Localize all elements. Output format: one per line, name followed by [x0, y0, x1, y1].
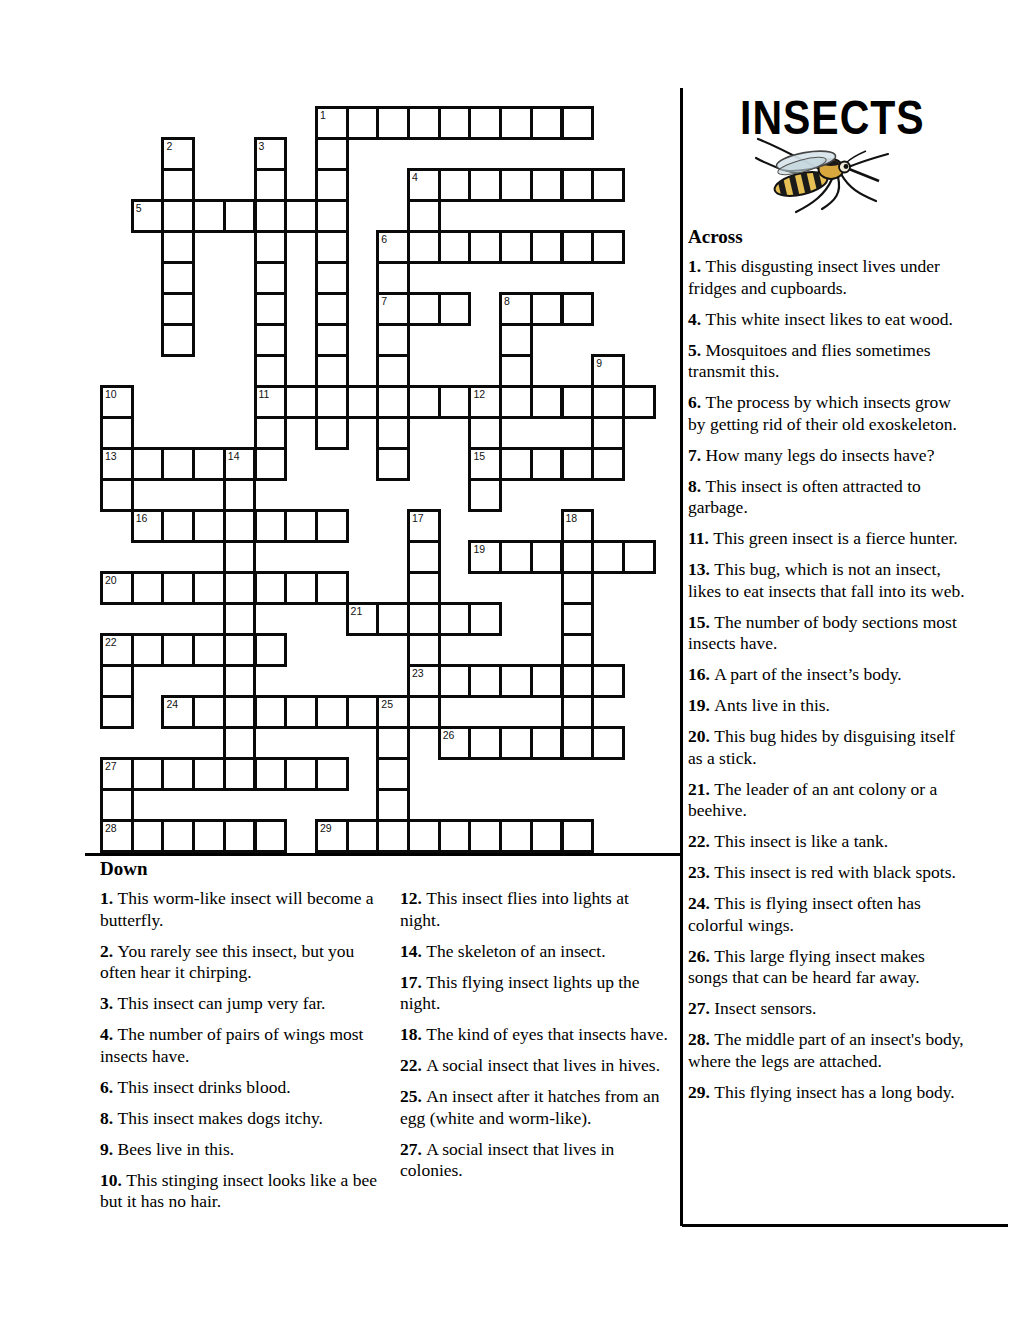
grid-cell-r15c15[interactable] [561, 571, 595, 605]
down-clue-1: 1. This worm-like insect will become a b… [100, 888, 388, 931]
grid-cell-r0c12[interactable] [468, 106, 502, 140]
grid-cell-r9c0[interactable]: 10 [100, 385, 134, 419]
grid-cell-r11c4[interactable]: 14 [223, 447, 257, 481]
down-clue-number-10: 10. [100, 1170, 126, 1190]
grid-cell-r2c14[interactable] [530, 168, 564, 202]
grid-cell-r5c2[interactable] [161, 261, 195, 295]
across-clue-number-20: 20. [688, 726, 714, 746]
grid-cell-r21c9[interactable] [376, 757, 410, 791]
grid-cell-r23c9[interactable] [376, 819, 410, 853]
right-column-bottom-rule [682, 1224, 1008, 1227]
cell-number-2: 2 [166, 140, 172, 152]
grid-cell-r9c6[interactable] [284, 385, 318, 419]
down-clue-number-27: 27. [400, 1139, 426, 1159]
grid-cell-r17c15[interactable] [561, 633, 595, 667]
grid-cell-r21c2[interactable] [161, 757, 195, 791]
grid-cell-r6c13[interactable]: 8 [499, 292, 533, 326]
across-clue-22: 22. This insect is like a tank. [688, 831, 965, 853]
grid-cell-r17c5[interactable] [254, 633, 288, 667]
grid-cell-r4c12[interactable] [468, 230, 502, 264]
worksheet-page: 1234567891011121314151617181920212223242… [0, 0, 1020, 1320]
across-clue-number-13: 13. [688, 559, 714, 579]
grid-cell-r11c9[interactable] [376, 447, 410, 481]
cell-number-7: 7 [381, 295, 387, 307]
grid-cell-r4c9[interactable]: 6 [376, 230, 410, 264]
across-clue-number-5: 5. [688, 340, 706, 360]
grid-cell-r17c0[interactable]: 22 [100, 633, 134, 667]
across-clue-11: 11. This green insect is a fierce hunter… [688, 528, 965, 550]
grid-cell-r14c10[interactable] [407, 540, 441, 574]
grid-cell-r2c2[interactable] [161, 168, 195, 202]
cell-number-9: 9 [596, 357, 602, 369]
grid-cell-r18c0[interactable] [100, 664, 134, 698]
grid-cell-r20c13[interactable] [499, 726, 533, 760]
grid-cell-r2c12[interactable] [468, 168, 502, 202]
grid-cell-r19c8[interactable] [346, 695, 380, 729]
grid-cell-r4c2[interactable] [161, 230, 195, 264]
down-clue-4: 4. The number of pairs of wings most ins… [100, 1024, 388, 1067]
grid-cell-r4c13[interactable] [499, 230, 533, 264]
grid-cell-r4c15[interactable] [561, 230, 595, 264]
grid-cell-r9c8[interactable] [346, 385, 380, 419]
grid-cell-r10c9[interactable] [376, 416, 410, 450]
cell-number-23: 23 [412, 667, 424, 679]
down-clue-18: 18. The kind of eyes that insects have. [400, 1024, 672, 1046]
across-clue-number-15: 15. [688, 612, 714, 632]
cell-number-1: 1 [320, 109, 326, 121]
across-clue-23: 23. This insect is red with black spots. [688, 862, 965, 884]
grid-cell-r9c16[interactable] [591, 385, 625, 419]
grid-cell-r6c11[interactable] [438, 292, 472, 326]
grid-cell-r20c14[interactable] [530, 726, 564, 760]
across-clue-number-22: 22. [688, 831, 714, 851]
grid-cell-r7c2[interactable] [161, 323, 195, 357]
grid-cell-r3c4[interactable] [223, 199, 257, 233]
grid-cell-r18c14[interactable] [530, 664, 564, 698]
grid-cell-r12c12[interactable] [468, 478, 502, 512]
grid-cell-r2c13[interactable] [499, 168, 533, 202]
grid-cell-r11c13[interactable] [499, 447, 533, 481]
grid-cell-r11c3[interactable] [192, 447, 226, 481]
down-clue-25: 25. An insect after it hatches from an e… [400, 1086, 672, 1129]
cell-number-28: 28 [105, 822, 117, 834]
grid-cell-r9c5[interactable]: 11 [254, 385, 288, 419]
down-section-divider-line [85, 853, 682, 856]
cell-number-6: 6 [381, 233, 387, 245]
grid-cell-r3c1[interactable]: 5 [131, 199, 165, 233]
across-clue-16: 16. A part of the insect’s body. [688, 664, 965, 686]
grid-cell-r23c15[interactable] [561, 819, 595, 853]
across-clue-5: 5. Mosquitoes and flies sometimes transm… [688, 340, 965, 383]
across-clue-24: 24. This is flying insect often has colo… [688, 893, 965, 936]
grid-cell-r23c14[interactable] [530, 819, 564, 853]
grid-cell-r6c7[interactable] [315, 292, 349, 326]
grid-cell-r4c16[interactable] [591, 230, 625, 264]
grid-cell-r7c5[interactable] [254, 323, 288, 357]
grid-cell-r10c12[interactable] [468, 416, 502, 450]
grid-cell-r20c9[interactable] [376, 726, 410, 760]
grid-cell-r11c2[interactable] [161, 447, 195, 481]
grid-cell-r7c7[interactable] [315, 323, 349, 357]
grid-cell-r13c2[interactable] [161, 509, 195, 543]
grid-cell-r9c17[interactable] [622, 385, 656, 419]
grid-cell-r16c10[interactable] [407, 602, 441, 636]
down-clue-number-25: 25. [400, 1086, 426, 1106]
down-clue-2: 2. You rarely see this insect, but you o… [100, 941, 388, 984]
grid-cell-r18c16[interactable] [591, 664, 625, 698]
across-clue-number-1: 1. [688, 256, 706, 276]
down-clue-3: 3. This insect can jump very far. [100, 993, 388, 1015]
across-clue-number-11: 11. [688, 528, 713, 548]
grid-cell-r18c4[interactable] [223, 664, 257, 698]
cell-number-16: 16 [136, 512, 148, 524]
grid-cell-r3c3[interactable] [192, 199, 226, 233]
down-clue-14: 14. The skeleton of an insect. [400, 941, 672, 963]
grid-cell-r13c15[interactable]: 18 [561, 509, 595, 543]
cell-number-12: 12 [473, 388, 485, 400]
across-clue-8: 8. This insect is often attracted to gar… [688, 476, 965, 519]
grid-cell-r0c15[interactable] [561, 106, 595, 140]
across-clue-7: 7. How many legs do insects have? [688, 445, 965, 467]
across-clue-13: 13. This bug, which is not an insect, li… [688, 559, 965, 602]
grid-cell-r15c5[interactable] [254, 571, 288, 605]
grid-cell-r4c5[interactable] [254, 230, 288, 264]
grid-cell-r21c7[interactable] [315, 757, 349, 791]
cell-number-27: 27 [105, 760, 117, 772]
across-clue-number-29: 29. [688, 1082, 714, 1102]
grid-cell-r16c15[interactable] [561, 602, 595, 636]
grid-cell-r21c3[interactable] [192, 757, 226, 791]
grid-cell-r2c10[interactable]: 4 [407, 168, 441, 202]
grid-cell-r14c17[interactable] [622, 540, 656, 574]
grid-cell-r13c10[interactable]: 17 [407, 509, 441, 543]
down-clue-list-col2: 12. This insect flies into lights at nig… [400, 888, 672, 1191]
across-clue-number-19: 19. [688, 695, 714, 715]
grid-cell-r9c15[interactable] [561, 385, 595, 419]
grid-cell-r21c0[interactable]: 27 [100, 757, 134, 791]
grid-cell-r15c6[interactable] [284, 571, 318, 605]
cell-number-20: 20 [105, 574, 117, 586]
grid-cell-r21c4[interactable] [223, 757, 257, 791]
down-header: Down [100, 858, 148, 880]
grid-cell-r0c7[interactable]: 1 [315, 106, 349, 140]
grid-cell-r14c15[interactable] [561, 540, 595, 574]
down-clue-8: 8. This insect makes dogs itchy. [100, 1108, 388, 1130]
across-clue-1: 1. This disgusting insect lives under fr… [688, 256, 965, 299]
grid-cell-r11c16[interactable] [591, 447, 625, 481]
grid-cell-r14c4[interactable] [223, 540, 257, 574]
cell-number-4: 4 [412, 171, 418, 183]
grid-cell-r13c5[interactable] [254, 509, 288, 543]
grid-cell-r16c9[interactable] [376, 602, 410, 636]
crossword-grid: 1234567891011121314151617181920212223242… [100, 106, 660, 856]
grid-cell-r10c16[interactable] [591, 416, 625, 450]
down-clue-number-8: 8. [100, 1108, 118, 1128]
grid-cell-r15c0[interactable]: 20 [100, 571, 134, 605]
grid-cell-r0c10[interactable] [407, 106, 441, 140]
grid-cell-r14c13[interactable] [499, 540, 533, 574]
grid-cell-r3c2[interactable] [161, 199, 195, 233]
down-clue-22: 22. A social insect that lives in hives. [400, 1055, 672, 1077]
grid-cell-r9c10[interactable] [407, 385, 441, 419]
grid-cell-r9c7[interactable] [315, 385, 349, 419]
grid-cell-r9c12[interactable]: 12 [468, 385, 502, 419]
across-clue-28: 28. The middle part of an insect's body,… [688, 1029, 965, 1072]
grid-cell-r13c4[interactable] [223, 509, 257, 543]
cell-number-14: 14 [228, 450, 240, 462]
grid-cell-r6c14[interactable] [530, 292, 564, 326]
cell-number-15: 15 [473, 450, 485, 462]
down-clue-number-6: 6. [100, 1077, 118, 1097]
across-clue-15: 15. The number of body sections most ins… [688, 612, 965, 655]
cell-number-8: 8 [504, 295, 510, 307]
grid-cell-r3c5[interactable] [254, 199, 288, 233]
cell-number-24: 24 [166, 698, 178, 710]
across-clue-29: 29. This flying insect has a long body. [688, 1082, 965, 1104]
grid-cell-r0c8[interactable] [346, 106, 380, 140]
across-clue-number-21: 21. [688, 779, 714, 799]
across-clue-19: 19. Ants live in this. [688, 695, 965, 717]
grid-cell-r19c3[interactable] [192, 695, 226, 729]
grid-cell-r0c13[interactable] [499, 106, 533, 140]
grid-cell-r6c10[interactable] [407, 292, 441, 326]
cell-number-5: 5 [136, 202, 142, 214]
grid-cell-r23c2[interactable] [161, 819, 195, 853]
down-clue-number-12: 12. [400, 888, 426, 908]
across-clue-number-26: 26. [688, 946, 714, 966]
grid-cell-r2c7[interactable] [315, 168, 349, 202]
grid-cell-r9c13[interactable] [499, 385, 533, 419]
down-clue-number-1: 1. [100, 888, 118, 908]
grid-cell-r5c7[interactable] [315, 261, 349, 295]
grid-cell-r23c1[interactable] [131, 819, 165, 853]
grid-cell-r7c13[interactable] [499, 323, 533, 357]
down-clue-number-22: 22. [400, 1055, 426, 1075]
grid-cell-r2c11[interactable] [438, 168, 472, 202]
grid-cell-r19c9[interactable]: 25 [376, 695, 410, 729]
cell-number-22: 22 [105, 636, 117, 648]
grid-cell-r17c1[interactable] [131, 633, 165, 667]
grid-cell-r3c7[interactable] [315, 199, 349, 233]
grid-cell-r17c3[interactable] [192, 633, 226, 667]
down-clue-27: 27. A social insect that lives in coloni… [400, 1139, 672, 1182]
cell-number-19: 19 [473, 543, 485, 555]
grid-cell-r18c11[interactable] [438, 664, 472, 698]
cell-number-21: 21 [351, 605, 363, 617]
grid-cell-r13c1[interactable]: 16 [131, 509, 165, 543]
grid-cell-r8c7[interactable] [315, 354, 349, 388]
grid-cell-r8c13[interactable] [499, 354, 533, 388]
grid-cell-r22c0[interactable] [100, 788, 134, 822]
grid-cell-r20c15[interactable] [561, 726, 595, 760]
grid-cell-r19c6[interactable] [284, 695, 318, 729]
grid-cell-r13c6[interactable] [284, 509, 318, 543]
down-clue-number-17: 17. [400, 972, 426, 992]
across-header: Across [688, 226, 743, 248]
across-clue-27: 27. Insect sensors. [688, 998, 965, 1020]
down-clue-number-3: 3. [100, 993, 118, 1013]
grid-cell-r23c7[interactable]: 29 [315, 819, 349, 853]
column-divider-line [680, 88, 683, 1226]
grid-cell-r19c4[interactable] [223, 695, 257, 729]
grid-cell-r11c1[interactable] [131, 447, 165, 481]
grid-cell-r23c11[interactable] [438, 819, 472, 853]
grid-cell-r7c9[interactable] [376, 323, 410, 357]
grid-cell-r15c10[interactable] [407, 571, 441, 605]
grid-cell-r19c2[interactable]: 24 [161, 695, 195, 729]
grid-cell-r15c2[interactable] [161, 571, 195, 605]
down-clue-number-9: 9. [100, 1139, 118, 1159]
grid-cell-r3c6[interactable] [284, 199, 318, 233]
grid-cell-r18c12[interactable] [468, 664, 502, 698]
down-clue-number-4: 4. [100, 1024, 118, 1044]
cell-number-10: 10 [105, 388, 117, 400]
grid-cell-r1c7[interactable] [315, 137, 349, 171]
grid-cell-r10c0[interactable] [100, 416, 134, 450]
cell-number-11: 11 [259, 388, 270, 400]
grid-cell-r23c8[interactable] [346, 819, 380, 853]
cell-number-26: 26 [443, 729, 455, 741]
across-clue-number-23: 23. [688, 862, 714, 882]
cell-number-3: 3 [259, 140, 265, 152]
grid-cell-r15c3[interactable] [192, 571, 226, 605]
grid-cell-r4c7[interactable] [315, 230, 349, 264]
grid-cell-r3c10[interactable] [407, 199, 441, 233]
grid-cell-r23c0[interactable]: 28 [100, 819, 134, 853]
across-clue-26: 26. This large flying insect makes songs… [688, 946, 965, 989]
grid-cell-r6c9[interactable]: 7 [376, 292, 410, 326]
grid-cell-r11c5[interactable] [254, 447, 288, 481]
grid-cell-r18c15[interactable] [561, 664, 595, 698]
grid-cell-r20c16[interactable] [591, 726, 625, 760]
grid-cell-r23c3[interactable] [192, 819, 226, 853]
grid-cell-r5c9[interactable] [376, 261, 410, 295]
grid-cell-r10c5[interactable] [254, 416, 288, 450]
grid-cell-r14c14[interactable] [530, 540, 564, 574]
cell-number-13: 13 [105, 450, 117, 462]
grid-cell-r19c7[interactable] [315, 695, 349, 729]
grid-cell-r15c4[interactable] [223, 571, 257, 605]
grid-cell-r0c14[interactable] [530, 106, 564, 140]
across-clue-21: 21. The leader of an ant colony or a bee… [688, 779, 965, 822]
grid-cell-r23c4[interactable] [223, 819, 257, 853]
grid-cell-r1c5[interactable]: 3 [254, 137, 288, 171]
grid-cell-r12c4[interactable] [223, 478, 257, 512]
grid-cell-r13c3[interactable] [192, 509, 226, 543]
cell-number-18: 18 [566, 512, 578, 524]
grid-cell-r21c5[interactable] [254, 757, 288, 791]
grid-cell-r11c14[interactable] [530, 447, 564, 481]
grid-cell-r6c2[interactable] [161, 292, 195, 326]
grid-cell-r20c11[interactable]: 26 [438, 726, 472, 760]
grid-cell-r16c11[interactable] [438, 602, 472, 636]
grid-cell-r2c5[interactable] [254, 168, 288, 202]
grid-cell-r4c14[interactable] [530, 230, 564, 264]
grid-cell-r16c12[interactable] [468, 602, 502, 636]
grid-cell-r11c15[interactable] [561, 447, 595, 481]
down-clue-number-2: 2. [100, 941, 118, 961]
cell-number-29: 29 [320, 822, 332, 834]
grid-cell-r16c8[interactable]: 21 [346, 602, 380, 636]
grid-cell-r15c1[interactable] [131, 571, 165, 605]
grid-cell-r0c11[interactable] [438, 106, 472, 140]
grid-cell-r8c5[interactable] [254, 354, 288, 388]
grid-cell-r14c12[interactable]: 19 [468, 540, 502, 574]
grid-cell-r11c0[interactable]: 13 [100, 447, 134, 481]
across-clue-number-24: 24. [688, 893, 714, 913]
grid-cell-r9c11[interactable] [438, 385, 472, 419]
grid-cell-r4c10[interactable] [407, 230, 441, 264]
grid-cell-r16c4[interactable] [223, 602, 257, 636]
grid-cell-r19c10[interactable] [407, 695, 441, 729]
grid-cell-r0c9[interactable] [376, 106, 410, 140]
grid-cell-r21c1[interactable] [131, 757, 165, 791]
across-clue-list: 1. This disgusting insect lives under fr… [688, 256, 965, 1113]
grid-cell-r19c0[interactable] [100, 695, 134, 729]
grid-cell-r20c4[interactable] [223, 726, 257, 760]
grid-cell-r13c7[interactable] [315, 509, 349, 543]
across-clue-number-28: 28. [688, 1029, 714, 1049]
mosquito-icon [746, 136, 900, 220]
grid-cell-r10c7[interactable] [315, 416, 349, 450]
grid-cell-r23c13[interactable] [499, 819, 533, 853]
across-clue-number-27: 27. [688, 998, 714, 1018]
grid-cell-r17c10[interactable] [407, 633, 441, 667]
grid-cell-r6c15[interactable] [561, 292, 595, 326]
across-clue-4: 4. This white insect likes to eat wood. [688, 309, 965, 331]
grid-cell-r22c9[interactable] [376, 788, 410, 822]
grid-cell-r19c15[interactable] [561, 695, 595, 729]
grid-cell-r23c10[interactable] [407, 819, 441, 853]
cell-number-25: 25 [381, 698, 393, 710]
grid-cell-r15c7[interactable] [315, 571, 349, 605]
grid-cell-r20c12[interactable] [468, 726, 502, 760]
down-clue-17: 17. This flying insect lights up the nig… [400, 972, 672, 1015]
down-clue-list-col1: 1. This worm-like insect will become a b… [100, 888, 388, 1222]
across-clue-number-16: 16. [688, 664, 714, 684]
down-clue-12: 12. This insect flies into lights at nig… [400, 888, 672, 931]
grid-cell-r12c0[interactable] [100, 478, 134, 512]
grid-cell-r1c2[interactable]: 2 [161, 137, 195, 171]
across-clue-20: 20. This bug hides by disguising itself … [688, 726, 965, 769]
across-clue-number-8: 8. [688, 476, 706, 496]
grid-cell-r17c4[interactable] [223, 633, 257, 667]
grid-cell-r8c9[interactable] [376, 354, 410, 388]
grid-cell-r21c6[interactable] [284, 757, 318, 791]
grid-cell-r9c14[interactable] [530, 385, 564, 419]
cell-number-17: 17 [412, 512, 424, 524]
grid-cell-r18c13[interactable] [499, 664, 533, 698]
grid-cell-r2c15[interactable] [561, 168, 595, 202]
grid-cell-r19c5[interactable] [254, 695, 288, 729]
grid-cell-r6c5[interactable] [254, 292, 288, 326]
grid-cell-r14c16[interactable] [591, 540, 625, 574]
across-clue-number-4: 4. [688, 309, 706, 329]
grid-cell-r11c12[interactable]: 15 [468, 447, 502, 481]
grid-cell-r23c5[interactable] [254, 819, 288, 853]
grid-cell-r2c16[interactable] [591, 168, 625, 202]
grid-cell-r8c16[interactable]: 9 [591, 354, 625, 388]
down-clue-number-18: 18. [400, 1024, 426, 1044]
grid-cell-r9c9[interactable] [376, 385, 410, 419]
grid-cell-r23c12[interactable] [468, 819, 502, 853]
grid-cell-r4c11[interactable] [438, 230, 472, 264]
down-clue-9: 9. Bees live in this. [100, 1139, 388, 1161]
grid-cell-r17c2[interactable] [161, 633, 195, 667]
grid-cell-r18c10[interactable]: 23 [407, 664, 441, 698]
grid-cell-r5c5[interactable] [254, 261, 288, 295]
down-clue-number-14: 14. [400, 941, 426, 961]
